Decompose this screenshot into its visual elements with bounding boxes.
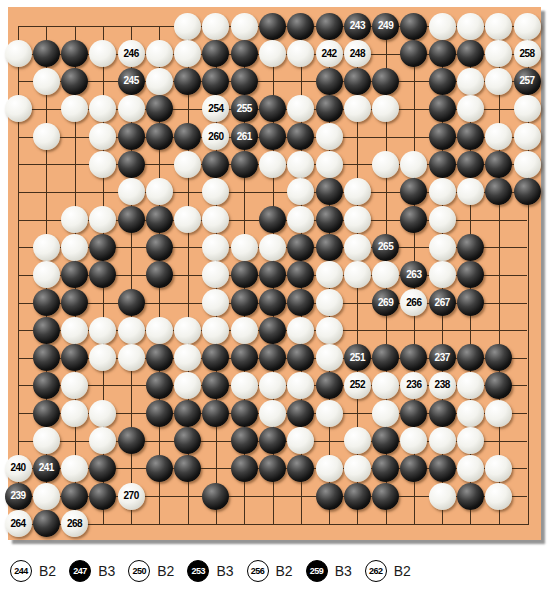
caption-coordinate: B2 (394, 563, 411, 579)
black-stone (33, 400, 60, 427)
white-stone: 258 (514, 40, 541, 67)
black-stone (259, 206, 286, 233)
white-stone (485, 68, 512, 95)
black-stone: 255 (231, 95, 258, 122)
black-stone (372, 455, 399, 482)
white-stone (89, 151, 116, 178)
black-stone (33, 372, 60, 399)
white-stone (61, 206, 88, 233)
move-number: 252 (350, 380, 365, 390)
black-move-circle: 259 (306, 560, 328, 582)
white-stone (372, 151, 399, 178)
move-number: 249 (378, 21, 393, 31)
black-stone (457, 123, 484, 150)
caption-coordinate: B3 (216, 563, 233, 579)
black-stone (174, 400, 201, 427)
black-stone (259, 455, 286, 482)
black-stone (33, 317, 60, 344)
white-stone (429, 261, 456, 288)
black-stone (457, 40, 484, 67)
white-stone: 246 (118, 40, 145, 67)
white-stone (118, 344, 145, 371)
caption-item: 259B3 (306, 560, 352, 582)
white-stone: 238 (429, 372, 456, 399)
black-stone: 265 (372, 234, 399, 261)
black-stone (372, 68, 399, 95)
move-number: 266 (406, 298, 421, 308)
black-stone: 249 (372, 13, 399, 40)
black-move-circle: 247 (69, 560, 91, 582)
white-stone (316, 123, 343, 150)
caption-coordinate: B2 (39, 563, 56, 579)
caption-coordinate: B3 (98, 563, 115, 579)
white-stone (259, 400, 286, 427)
white-stone (316, 344, 343, 371)
black-stone (457, 234, 484, 261)
white-stone (344, 261, 371, 288)
white-stone (174, 372, 201, 399)
black-stone (316, 95, 343, 122)
black-stone (202, 483, 229, 510)
black-stone (61, 483, 88, 510)
white-stone (485, 400, 512, 427)
black-stone (202, 400, 229, 427)
black-stone (146, 206, 173, 233)
white-stone (514, 95, 541, 122)
black-stone (231, 455, 258, 482)
white-stone (344, 234, 371, 261)
white-stone (231, 13, 258, 40)
white-stone (61, 455, 88, 482)
move-number: 243 (350, 21, 365, 31)
black-stone (259, 317, 286, 344)
black-stone (118, 151, 145, 178)
black-stone (429, 151, 456, 178)
move-number: 255 (237, 104, 252, 114)
black-stone: 237 (429, 344, 456, 371)
black-stone (259, 13, 286, 40)
white-stone (174, 13, 201, 40)
black-stone: 241 (33, 455, 60, 482)
white-stone: 240 (5, 455, 32, 482)
black-stone (429, 68, 456, 95)
black-stone (344, 483, 371, 510)
black-stone (174, 68, 201, 95)
white-stone: 270 (118, 483, 145, 510)
black-stone (316, 234, 343, 261)
white-stone (61, 317, 88, 344)
move-number: 260 (208, 132, 223, 142)
white-stone: 242 (316, 40, 343, 67)
caption-coordinate: B2 (276, 563, 293, 579)
black-stone: 267 (429, 289, 456, 316)
black-stone (457, 151, 484, 178)
white-stone (146, 317, 173, 344)
black-stone (485, 151, 512, 178)
ko-recapture-caption: 244B2247B3250B2253B3256B2259B3262B2 (10, 560, 424, 582)
black-stone (33, 40, 60, 67)
black-stone (146, 372, 173, 399)
black-stone (174, 455, 201, 482)
black-stone (146, 234, 173, 261)
white-stone (5, 40, 32, 67)
white-stone (457, 372, 484, 399)
white-stone (33, 123, 60, 150)
move-number: 245 (124, 76, 139, 86)
white-stone (344, 206, 371, 233)
black-stone (372, 483, 399, 510)
move-number: 268 (67, 519, 82, 529)
white-stone (400, 151, 427, 178)
white-stone (259, 151, 286, 178)
white-stone (316, 289, 343, 316)
white-stone (457, 400, 484, 427)
white-stone: 264 (5, 510, 32, 537)
white-stone (202, 13, 229, 40)
black-stone (429, 95, 456, 122)
white-stone (259, 40, 286, 67)
black-stone (316, 68, 343, 95)
move-number: 240 (10, 463, 25, 473)
white-stone (231, 317, 258, 344)
white-stone (429, 178, 456, 205)
black-stone (146, 400, 173, 427)
white-stone (316, 261, 343, 288)
white-stone (344, 427, 371, 454)
caption-item: 253B3 (187, 560, 233, 582)
white-stone (316, 317, 343, 344)
black-stone (514, 178, 541, 205)
white-stone (202, 317, 229, 344)
caption-item: 256B2 (247, 560, 293, 582)
caption-item: 250B2 (128, 560, 174, 582)
white-move-circle: 256 (247, 560, 269, 582)
black-stone (316, 483, 343, 510)
black-stone: 243 (344, 13, 371, 40)
white-stone (61, 400, 88, 427)
black-stone (118, 123, 145, 150)
white-move-circle: 244 (10, 560, 32, 582)
caption-item: 244B2 (10, 560, 56, 582)
black-stone: 261 (231, 123, 258, 150)
caption-item: 262B2 (365, 560, 411, 582)
white-stone (118, 317, 145, 344)
black-stone (429, 455, 456, 482)
move-number: 269 (378, 298, 393, 308)
black-stone (457, 483, 484, 510)
black-stone (259, 123, 286, 150)
black-stone (400, 400, 427, 427)
white-stone (33, 68, 60, 95)
white-stone (316, 400, 343, 427)
white-stone (485, 483, 512, 510)
white-stone (514, 151, 541, 178)
white-stone (316, 455, 343, 482)
move-number: 241 (39, 463, 54, 473)
black-stone (259, 289, 286, 316)
black-stone (287, 13, 314, 40)
black-stone (485, 372, 512, 399)
white-stone (118, 95, 145, 122)
move-number: 257 (519, 76, 534, 86)
move-number: 237 (435, 353, 450, 363)
white-stone (174, 151, 201, 178)
move-number: 236 (406, 380, 421, 390)
white-stone: 252 (344, 372, 371, 399)
move-number: 251 (350, 353, 365, 363)
white-stone (231, 234, 258, 261)
white-stone (429, 483, 456, 510)
move-number: 246 (124, 49, 139, 59)
white-stone (457, 455, 484, 482)
white-stone (259, 372, 286, 399)
black-stone (89, 234, 116, 261)
white-stone (146, 68, 173, 95)
black-stone (231, 400, 258, 427)
black-stone (316, 372, 343, 399)
black-stone (429, 400, 456, 427)
white-stone (89, 400, 116, 427)
white-stone (174, 317, 201, 344)
grid-vline (499, 26, 500, 524)
black-stone (118, 206, 145, 233)
black-stone: 239 (5, 483, 32, 510)
black-stone (344, 68, 371, 95)
white-stone (33, 427, 60, 454)
move-number: 261 (237, 132, 252, 142)
black-stone (287, 234, 314, 261)
black-stone (316, 178, 343, 205)
black-stone (231, 261, 258, 288)
black-stone (33, 344, 60, 371)
white-stone (5, 95, 32, 122)
move-number: 254 (208, 104, 223, 114)
black-stone (146, 344, 173, 371)
move-number: 258 (519, 49, 534, 59)
move-number: 248 (350, 49, 365, 59)
black-stone (33, 289, 60, 316)
black-stone (231, 40, 258, 67)
white-stone (118, 178, 145, 205)
white-stone (429, 13, 456, 40)
black-stone (400, 13, 427, 40)
black-stone (231, 289, 258, 316)
black-stone (33, 510, 60, 537)
black-stone: 251 (344, 344, 371, 371)
black-stone (231, 68, 258, 95)
white-stone (259, 234, 286, 261)
white-move-circle: 262 (365, 560, 387, 582)
move-number: 264 (10, 519, 25, 529)
black-stone (202, 151, 229, 178)
black-stone (429, 40, 456, 67)
black-stone (61, 68, 88, 95)
white-stone (429, 206, 456, 233)
white-stone (514, 13, 541, 40)
white-stone (372, 372, 399, 399)
move-number: 270 (124, 491, 139, 501)
white-stone: 268 (61, 510, 88, 537)
white-stone (457, 68, 484, 95)
white-stone (61, 372, 88, 399)
white-stone (429, 234, 456, 261)
move-number: 263 (406, 270, 421, 280)
white-stone (514, 123, 541, 150)
white-stone (316, 151, 343, 178)
black-stone (89, 483, 116, 510)
black-stone (231, 344, 258, 371)
black-stone: 269 (372, 289, 399, 316)
white-stone (231, 372, 258, 399)
black-stone (316, 206, 343, 233)
black-stone (61, 289, 88, 316)
black-stone (287, 400, 314, 427)
white-stone: 248 (344, 40, 371, 67)
white-stone (344, 455, 371, 482)
white-stone (33, 234, 60, 261)
black-move-circle: 253 (187, 560, 209, 582)
black-stone (429, 123, 456, 150)
black-stone (118, 427, 145, 454)
black-stone (457, 289, 484, 316)
move-number: 265 (378, 242, 393, 252)
move-number: 238 (435, 380, 450, 390)
white-stone (61, 234, 88, 261)
white-stone (485, 455, 512, 482)
white-move-circle: 250 (128, 560, 150, 582)
black-stone (287, 455, 314, 482)
move-number: 267 (435, 298, 450, 308)
white-stone (287, 317, 314, 344)
move-number: 242 (321, 49, 336, 59)
black-stone (316, 13, 343, 40)
white-stone (33, 261, 60, 288)
white-stone (372, 400, 399, 427)
black-stone (118, 289, 145, 316)
caption-item: 247B3 (69, 560, 115, 582)
white-stone (202, 234, 229, 261)
white-stone (89, 317, 116, 344)
white-stone (485, 13, 512, 40)
black-stone: 257 (514, 68, 541, 95)
white-stone (146, 40, 173, 67)
white-stone (287, 151, 314, 178)
black-stone (146, 455, 173, 482)
black-stone (231, 427, 258, 454)
black-stone (61, 40, 88, 67)
white-stone (457, 13, 484, 40)
go-board: 2432492462422482582452572542552602612652… (8, 7, 541, 540)
caption-coordinate: B3 (335, 563, 352, 579)
white-stone (33, 483, 60, 510)
caption-coordinate: B2 (157, 563, 174, 579)
move-number: 239 (10, 491, 25, 501)
black-stone (146, 123, 173, 150)
white-stone (429, 427, 456, 454)
black-stone (231, 151, 258, 178)
black-stone: 245 (118, 68, 145, 95)
